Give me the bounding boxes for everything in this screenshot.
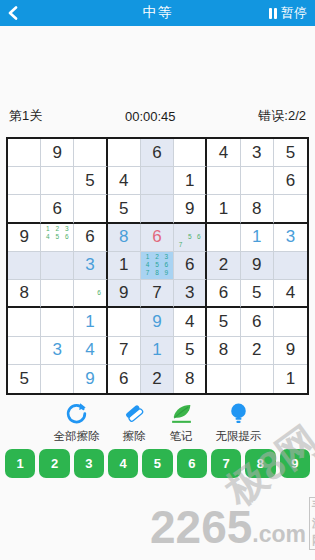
cell-digit: 8: [185, 369, 194, 389]
cell-digit: 3: [252, 143, 261, 163]
cell-digit: 3: [85, 255, 94, 275]
cell-digit: 9: [252, 255, 261, 275]
pencil-notes: 123456: [41, 224, 73, 251]
cell-r1c6[interactable]: [174, 139, 207, 167]
pencil-notes: 567: [174, 224, 205, 251]
cell-r2c3[interactable]: 5: [74, 167, 107, 195]
cell-r7c6[interactable]: 4: [174, 308, 207, 336]
erase-button[interactable]: 擦除: [122, 401, 147, 444]
cell-r1c9[interactable]: 5: [274, 139, 307, 167]
cell-digit: 8: [119, 227, 128, 247]
bulb-icon: [226, 401, 251, 426]
cell-r3c6[interactable]: 9: [174, 195, 207, 223]
erase-label: 擦除: [123, 429, 146, 444]
numpad-button-1[interactable]: 1: [5, 449, 35, 478]
sudoku-grid: 9643554166591891234566865671331123456789…: [6, 137, 309, 395]
pause-icon: [269, 8, 277, 19]
cell-r2c4[interactable]: 4: [108, 167, 141, 195]
page-title: 中等: [0, 4, 315, 22]
cell-r8c9[interactable]: 9: [274, 337, 307, 365]
cell-digit: 5: [119, 199, 128, 219]
cell-digit: 5: [286, 143, 295, 163]
numpad-button-8[interactable]: 8: [245, 449, 275, 478]
cell-r8c5[interactable]: 1: [141, 337, 174, 365]
cell-r1c7[interactable]: 4: [207, 139, 240, 167]
error-counter: 错误:2/2: [258, 107, 306, 125]
cell-digit: 9: [286, 340, 295, 360]
cell-r3c3[interactable]: [74, 195, 107, 223]
cell-r7c7[interactable]: 5: [207, 308, 240, 336]
cell-r2c8[interactable]: [241, 167, 274, 195]
cell-digit: 3: [185, 283, 194, 303]
pencil-notes: 123456789: [141, 252, 173, 279]
cell-r8c4[interactable]: 7: [108, 337, 141, 365]
cell-digit: 2: [219, 255, 228, 275]
cell-r4c6[interactable]: 567: [174, 224, 207, 252]
cell-r1c8[interactable]: 3: [241, 139, 274, 167]
cell-r5c2[interactable]: [41, 252, 74, 280]
cell-digit: 9: [119, 283, 128, 303]
cell-r9c5[interactable]: 2: [141, 365, 174, 393]
cell-r2c5[interactable]: [141, 167, 174, 195]
cell-digit: 6: [219, 283, 228, 303]
cell-digit: 6: [53, 199, 62, 219]
cell-r8c1[interactable]: [8, 337, 41, 365]
cell-r6c8[interactable]: 5: [241, 280, 274, 308]
numpad-button-7[interactable]: 7: [211, 449, 241, 478]
numpad-button-6[interactable]: 6: [177, 449, 207, 478]
cell-digit: 8: [219, 340, 228, 360]
cell-digit: 6: [119, 369, 128, 389]
notes-button[interactable]: 笔记: [169, 401, 194, 444]
numpad-button-5[interactable]: 5: [142, 449, 172, 478]
cell-r2c6[interactable]: 1: [174, 167, 207, 195]
cell-digit: 6: [252, 312, 261, 332]
cell-digit: 7: [152, 283, 161, 303]
cell-r9c7[interactable]: [207, 365, 240, 393]
cell-r6c9[interactable]: 4: [274, 280, 307, 308]
cell-r5c6[interactable]: 6: [174, 252, 207, 280]
cell-r6c2[interactable]: [41, 280, 74, 308]
hint-label: 无限提示: [216, 429, 262, 444]
cell-digit: 4: [286, 283, 295, 303]
cell-digit: 4: [185, 312, 194, 332]
cell-digit: 6: [185, 255, 194, 275]
pencil-notes: 6: [74, 280, 105, 306]
cell-r4c7[interactable]: [207, 224, 240, 252]
cell-digit: 1: [219, 199, 228, 219]
cell-r8c6[interactable]: 5: [174, 337, 207, 365]
cell-digit: 5: [185, 340, 194, 360]
cell-r8c7[interactable]: 8: [207, 337, 240, 365]
cell-r8c8[interactable]: 2: [241, 337, 274, 365]
cell-r5c3[interactable]: 3: [74, 252, 107, 280]
cell-digit: 9: [185, 199, 194, 219]
cell-digit: 1: [252, 227, 261, 247]
cell-digit: 5: [19, 369, 28, 389]
cell-digit: 5: [252, 283, 261, 303]
cell-digit: 6: [152, 227, 161, 247]
cell-r9c8[interactable]: [241, 365, 274, 393]
cell-r7c5[interactable]: 9: [141, 308, 174, 336]
watermark-tag: 手游网: [309, 497, 315, 550]
cell-r6c7[interactable]: 6: [207, 280, 240, 308]
level-label: 第1关: [9, 107, 42, 125]
cell-r3c2[interactable]: 6: [41, 195, 74, 223]
cell-r6c6[interactable]: 3: [174, 280, 207, 308]
number-pad: 123456789: [5, 449, 310, 478]
cell-r4c8[interactable]: 1: [241, 224, 274, 252]
cell-r9c2[interactable]: [41, 365, 74, 393]
cell-r8c2[interactable]: 3: [41, 337, 74, 365]
cell-r7c2[interactable]: [41, 308, 74, 336]
cell-r1c2[interactable]: 9: [41, 139, 74, 167]
numpad-button-3[interactable]: 3: [74, 449, 104, 478]
cell-r9c6[interactable]: 8: [174, 365, 207, 393]
cell-digit: 6: [286, 171, 295, 191]
cell-r4c2[interactable]: 123456: [41, 224, 74, 252]
cell-digit: 2: [252, 340, 261, 360]
cell-digit: 3: [53, 340, 62, 360]
cell-r2c7[interactable]: [207, 167, 240, 195]
cell-r9c3[interactable]: 9: [74, 365, 107, 393]
erase-all-label: 全部擦除: [54, 429, 100, 444]
cell-r3c5[interactable]: [141, 195, 174, 223]
cell-r1c1[interactable]: [8, 139, 41, 167]
cell-r2c1[interactable]: [8, 167, 41, 195]
erase-all-button[interactable]: 全部擦除: [54, 401, 100, 444]
watermark-domain: .com: [252, 520, 306, 550]
cell-r2c9[interactable]: 6: [274, 167, 307, 195]
header: 中等 暂停: [0, 0, 315, 26]
numpad-button-4[interactable]: 4: [108, 449, 138, 478]
cell-digit: 3: [286, 227, 295, 247]
toolbar: 全部擦除 擦除 笔记 无限提示: [0, 401, 315, 444]
cell-digit: 6: [85, 227, 94, 247]
leaf-icon: [169, 401, 194, 426]
cell-digit: 9: [85, 369, 94, 389]
cell-r4c5[interactable]: 6: [141, 224, 174, 252]
cell-r7c8[interactable]: 6: [241, 308, 274, 336]
cell-r5c1[interactable]: [8, 252, 41, 280]
cell-r6c1[interactable]: 8: [8, 280, 41, 308]
cell-digit: 1: [185, 171, 194, 191]
cell-digit: 1: [119, 255, 128, 275]
cell-r6c4[interactable]: 9: [108, 280, 141, 308]
cell-digit: 2: [152, 369, 161, 389]
cell-digit: 4: [85, 340, 94, 360]
cell-r5c4[interactable]: 1: [108, 252, 141, 280]
timer: 00:00:45: [125, 109, 176, 124]
cell-r4c1[interactable]: 9: [8, 224, 41, 252]
cell-r9c1[interactable]: 5: [8, 365, 41, 393]
cell-digit: 9: [53, 143, 62, 163]
cell-r1c4[interactable]: [108, 139, 141, 167]
cell-r8c3[interactable]: 4: [74, 337, 107, 365]
cell-digit: 1: [85, 312, 94, 332]
cell-r9c4[interactable]: 6: [108, 365, 141, 393]
cell-digit: 6: [152, 143, 161, 163]
cell-r5c8[interactable]: 9: [241, 252, 274, 280]
refresh-icon: [64, 401, 89, 426]
notes-label: 笔记: [170, 429, 193, 444]
cell-digit: 4: [119, 171, 128, 191]
cell-r3c8[interactable]: 8: [241, 195, 274, 223]
cell-digit: 9: [19, 227, 28, 247]
hint-button[interactable]: 无限提示: [216, 401, 262, 444]
cell-digit: 8: [252, 199, 261, 219]
cell-r7c9[interactable]: [274, 308, 307, 336]
cell-r4c4[interactable]: 8: [108, 224, 141, 252]
cell-r6c5[interactable]: 7: [141, 280, 174, 308]
cell-r3c7[interactable]: 1: [207, 195, 240, 223]
cell-r1c5[interactable]: 6: [141, 139, 174, 167]
cell-r5c9[interactable]: [274, 252, 307, 280]
cell-digit: 1: [152, 340, 161, 360]
cell-r9c9[interactable]: 1: [274, 365, 307, 393]
numpad-button-9[interactable]: 9: [280, 449, 310, 478]
cell-r7c4[interactable]: [108, 308, 141, 336]
cell-r4c9[interactable]: 3: [274, 224, 307, 252]
cell-r3c1[interactable]: [8, 195, 41, 223]
cell-r3c9[interactable]: [274, 195, 307, 223]
cell-r2c2[interactable]: [41, 167, 74, 195]
pause-button[interactable]: 暂停: [269, 0, 307, 26]
cell-r3c4[interactable]: 5: [108, 195, 141, 223]
cell-r5c5[interactable]: 123456789: [141, 252, 174, 280]
status-bar: 第1关 00:00:45 错误:2/2: [0, 106, 315, 126]
cell-r4c3[interactable]: 6: [74, 224, 107, 252]
cell-digit: 4: [219, 143, 228, 163]
cell-r1c3[interactable]: [74, 139, 107, 167]
cell-digit: 7: [119, 340, 128, 360]
cell-r5c7[interactable]: 2: [207, 252, 240, 280]
eraser-icon: [122, 401, 147, 426]
cell-digit: 9: [152, 312, 161, 332]
cell-r7c3[interactable]: 1: [74, 308, 107, 336]
numpad-button-2[interactable]: 2: [39, 449, 69, 478]
watermark-main: 2265 .com 手游网: [150, 487, 315, 550]
cell-digit: 8: [19, 283, 28, 303]
watermark-number: 2265: [150, 504, 252, 550]
cell-digit: 5: [85, 171, 94, 191]
cell-r7c1[interactable]: [8, 308, 41, 336]
cell-digit: 5: [219, 312, 228, 332]
cell-r6c3[interactable]: 6: [74, 280, 107, 308]
cell-digit: 1: [286, 369, 295, 389]
pause-label: 暂停: [281, 4, 307, 22]
